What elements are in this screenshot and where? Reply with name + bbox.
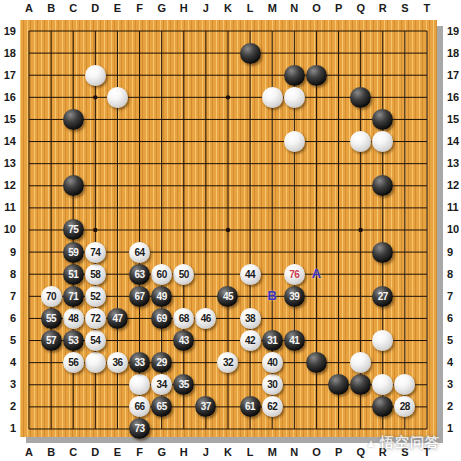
coord-label-right-10: 10 [447, 223, 461, 236]
coord-label-bottom-E: E [109, 446, 125, 459]
coord-label-left-11: 11 [0, 201, 16, 214]
coord-label-bottom-A: A [21, 446, 37, 459]
coord-label-top-N: N [286, 2, 302, 15]
coord-label-left-17: 17 [0, 69, 16, 82]
coord-label-right-16: 16 [447, 91, 461, 104]
coord-label-bottom-C: C [65, 446, 81, 459]
coord-label-right-14: 14 [447, 135, 461, 148]
coord-label-right-5: 5 [447, 334, 461, 347]
coord-label-top-S: S [397, 2, 413, 15]
coord-label-bottom-L: L [242, 446, 258, 459]
coord-label-left-5: 5 [0, 334, 16, 347]
watermark-text: 悟空问答 [380, 434, 440, 452]
coord-label-top-T: T [419, 2, 435, 15]
coord-label-top-B: B [43, 2, 59, 15]
coord-label-top-E: E [109, 2, 125, 15]
coord-label-left-7: 7 [0, 290, 16, 303]
star-point [226, 95, 230, 99]
coord-label-top-R: R [375, 2, 391, 15]
star-point [93, 95, 97, 99]
coord-label-right-6: 6 [447, 312, 461, 325]
coord-label-left-1: 1 [0, 422, 16, 435]
coord-label-bottom-G: G [154, 446, 170, 459]
coord-label-bottom-J: J [198, 446, 214, 459]
watermark: ▲ 悟空问答 [365, 433, 440, 452]
coord-label-bottom-P: P [331, 446, 347, 459]
coord-label-left-8: 8 [0, 268, 16, 281]
coord-label-top-K: K [220, 2, 236, 15]
coord-label-bottom-D: D [87, 446, 103, 459]
star-point [93, 360, 97, 364]
coord-label-right-3: 3 [447, 378, 461, 391]
coord-label-left-9: 9 [0, 246, 16, 259]
coord-label-right-19: 19 [447, 25, 461, 38]
coord-label-right-15: 15 [447, 113, 461, 126]
coord-label-top-C: C [65, 2, 81, 15]
coord-label-right-2: 2 [447, 400, 461, 413]
star-point [358, 228, 362, 232]
coord-label-right-13: 13 [447, 157, 461, 170]
coord-label-left-3: 3 [0, 378, 16, 391]
coord-label-top-J: J [198, 2, 214, 15]
coord-label-left-13: 13 [0, 157, 16, 170]
coord-label-top-Q: Q [353, 2, 369, 15]
watermark-logo-icon: ▲ [365, 436, 377, 450]
coord-label-bottom-K: K [220, 446, 236, 459]
coord-label-top-P: P [331, 2, 347, 15]
coord-label-top-F: F [132, 2, 148, 15]
coord-label-right-17: 17 [447, 69, 461, 82]
coord-label-top-D: D [87, 2, 103, 15]
coord-label-right-1: 1 [447, 422, 461, 435]
coord-label-bottom-N: N [286, 446, 302, 459]
coord-label-left-19: 19 [0, 25, 16, 38]
coord-label-left-18: 18 [0, 47, 16, 60]
coord-label-bottom-H: H [176, 446, 192, 459]
coord-label-left-4: 4 [0, 356, 16, 369]
coord-label-right-4: 4 [447, 356, 461, 369]
coord-label-right-11: 11 [447, 201, 461, 214]
coord-label-left-15: 15 [0, 113, 16, 126]
star-point [358, 360, 362, 364]
coord-label-bottom-B: B [43, 446, 59, 459]
coord-label-right-8: 8 [447, 268, 461, 281]
star-point [226, 228, 230, 232]
coord-label-top-H: H [176, 2, 192, 15]
coord-label-right-12: 12 [447, 179, 461, 192]
coord-label-top-O: O [308, 2, 324, 15]
coord-label-bottom-O: O [308, 446, 324, 459]
coord-label-top-M: M [264, 2, 280, 15]
go-board [20, 20, 437, 437]
coord-label-right-9: 9 [447, 246, 461, 259]
coord-label-left-14: 14 [0, 135, 16, 148]
star-point [358, 95, 362, 99]
board-grid [29, 31, 427, 429]
coord-label-top-A: A [21, 2, 37, 15]
coord-label-left-10: 10 [0, 223, 16, 236]
star-point [93, 228, 97, 232]
coord-label-left-16: 16 [0, 91, 16, 104]
coord-label-bottom-M: M [264, 446, 280, 459]
coord-label-right-7: 7 [447, 290, 461, 303]
coord-label-left-6: 6 [0, 312, 16, 325]
coord-label-bottom-F: F [132, 446, 148, 459]
go-diagram-screenshot: AABBCCDDEEFFGGHHJJKKLLMMNNOOPPQQRRSSTT19… [0, 0, 461, 461]
coord-label-top-L: L [242, 2, 258, 15]
coord-label-top-G: G [154, 2, 170, 15]
coord-label-left-2: 2 [0, 400, 16, 413]
coord-label-right-18: 18 [447, 47, 461, 60]
star-point [226, 360, 230, 364]
coord-label-left-12: 12 [0, 179, 16, 192]
